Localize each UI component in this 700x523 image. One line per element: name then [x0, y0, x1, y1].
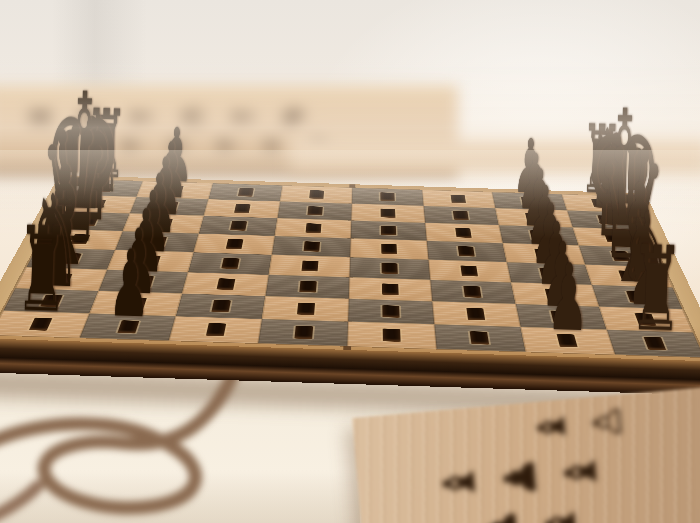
piece-white-rook-a1[interactable]: ♜ — [629, 235, 685, 344]
piece-slot-d3 — [460, 265, 478, 276]
square-b6[interactable] — [176, 294, 266, 319]
piece-slot-a4 — [383, 328, 401, 341]
piece-slot-a6 — [206, 323, 226, 336]
piece-slot-c5 — [299, 281, 316, 293]
square-f6[interactable] — [199, 216, 278, 236]
square-e6[interactable] — [193, 234, 274, 255]
square-e5[interactable] — [272, 236, 351, 257]
square-b4[interactable] — [348, 299, 434, 325]
square-b5[interactable] — [262, 296, 349, 321]
square-a3[interactable] — [434, 324, 525, 351]
square-a4[interactable] — [347, 322, 436, 349]
square-e4[interactable] — [350, 238, 428, 259]
piece-slot-d6 — [221, 258, 239, 269]
piece-slot-g3 — [453, 211, 469, 220]
cutout-piece-silhouette: ♝ — [535, 501, 587, 523]
piece-slot-f3 — [455, 228, 471, 238]
square-c6[interactable] — [182, 272, 269, 296]
piece-slot-b5 — [297, 303, 315, 315]
piece-slot-g6 — [234, 204, 250, 213]
square-a5[interactable] — [258, 319, 348, 346]
piece-slot-e3 — [458, 246, 475, 256]
piece-slot-f4 — [381, 226, 396, 236]
square-c3[interactable] — [430, 280, 515, 304]
board-plane: ♜♟♟♜♞♟♟♞♝♟♟♝♚♟♟♚♛♟♟♛♝♟♟♝♞♟♟♞♜♟♟♜ — [0, 175, 700, 364]
piece-slot-e6 — [226, 239, 244, 249]
square-d6[interactable] — [188, 252, 272, 275]
piece-slot-h4 — [380, 192, 394, 201]
piece-black-rook-a8[interactable]: ♜ — [15, 216, 71, 325]
board-grid: ♜♟♟♜♞♟♟♞♝♟♟♝♚♟♟♚♛♟♟♛♝♟♟♝♞♟♟♞♜♟♟♜ — [0, 179, 700, 357]
square-a8[interactable]: ♜ — [0, 311, 89, 338]
square-a7[interactable]: ♟ — [80, 314, 176, 341]
cutout-piece-silhouette: ♝ — [432, 459, 486, 506]
square-b3[interactable] — [432, 301, 520, 327]
piece-slot-b3 — [466, 308, 485, 321]
piece-slot-e5 — [304, 241, 320, 251]
piece-slot-h3 — [451, 195, 466, 204]
square-a1[interactable]: ♜ — [607, 330, 700, 358]
piece-slot-c6 — [217, 278, 236, 290]
piece-slot-f5 — [306, 223, 322, 233]
piece-slot-b4 — [382, 305, 399, 318]
square-d4[interactable] — [350, 257, 431, 280]
square-d3[interactable] — [428, 260, 511, 283]
cutout-piece-silhouette: ♙ — [583, 402, 630, 443]
piece-slot-g5 — [307, 206, 322, 215]
piece-slot-d5 — [302, 260, 319, 271]
piece-slot-e4 — [381, 244, 397, 254]
piece-slot-h5 — [309, 190, 324, 199]
cutout-piece-silhouette: ♟ — [492, 454, 546, 501]
piece-slot-b6 — [211, 300, 231, 312]
piece-slot-h6 — [238, 188, 254, 197]
square-f4[interactable] — [351, 221, 427, 241]
piece-slot-f6 — [230, 221, 247, 231]
square-a2[interactable]: ♟ — [521, 327, 615, 354]
piece-slot-a5 — [294, 326, 313, 339]
square-c4[interactable] — [349, 277, 432, 301]
piece-black-pawn-a7[interactable]: ♟ — [108, 241, 152, 327]
square-a6[interactable] — [169, 316, 262, 343]
square-d5[interactable] — [269, 255, 350, 278]
cutout-piece-silhouette: ♝ — [528, 406, 575, 447]
cutout-piece-silhouette: ♝ — [553, 449, 607, 496]
piece-slot-g4 — [381, 209, 396, 218]
square-e3[interactable] — [427, 241, 507, 262]
square-c5[interactable] — [265, 275, 349, 299]
piece-white-pawn-a2[interactable]: ♟ — [546, 255, 590, 341]
piece-slot-c3 — [463, 286, 481, 298]
piece-slot-a3 — [470, 331, 489, 344]
cutout-piece-silhouette: ♟ — [476, 506, 528, 523]
piece-slot-d4 — [382, 263, 398, 274]
piece-slot-c4 — [382, 283, 399, 295]
